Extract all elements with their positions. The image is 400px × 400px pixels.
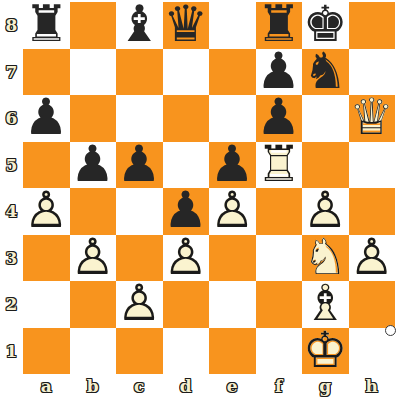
file-label-e: e xyxy=(209,374,256,398)
pawn-glyph-outline: ♙ xyxy=(24,185,69,235)
rank-label-6: 6 xyxy=(0,95,23,142)
square-e1[interactable] xyxy=(209,328,256,375)
file-label-d: d xyxy=(163,374,210,398)
square-a6[interactable]: ♟ xyxy=(23,95,70,142)
black-pawn-piece[interactable]: ♟ xyxy=(116,142,163,189)
square-g7[interactable]: ♞ xyxy=(302,49,349,96)
square-h3[interactable]: ♟♙ xyxy=(349,235,396,282)
queen-glyph-outline: ♕ xyxy=(349,92,394,142)
square-e7[interactable] xyxy=(209,49,256,96)
square-a3[interactable] xyxy=(23,235,70,282)
black-bishop-piece[interactable]: ♝ xyxy=(116,2,163,49)
white-pawn-piece[interactable]: ♟♙ xyxy=(349,235,396,282)
pawn-glyph-fill: ♟ xyxy=(117,139,162,189)
square-b1[interactable] xyxy=(70,328,117,375)
square-c1[interactable] xyxy=(116,328,163,375)
file-label-h: h xyxy=(349,374,396,398)
white-pawn-piece[interactable]: ♟♙ xyxy=(209,188,256,235)
black-pawn-piece[interactable]: ♟ xyxy=(23,95,70,142)
white-pawn-piece[interactable]: ♟♙ xyxy=(70,235,117,282)
rank-label-7: 7 xyxy=(0,49,23,96)
square-h1[interactable] xyxy=(349,328,396,375)
square-f2[interactable] xyxy=(256,281,303,328)
square-b3[interactable]: ♟♙ xyxy=(70,235,117,282)
square-f4[interactable] xyxy=(256,188,303,235)
rook-glyph-outline: ♖ xyxy=(256,139,301,189)
chess-puzzle-diagram: 87654321 ♜♝♛♜♚♟♞♟♟♛♕♟♟♟♜♖♟♙♟♟♙♟♙♟♙♟♙♞♘♟♙… xyxy=(0,0,400,400)
square-a4[interactable]: ♟♙ xyxy=(23,188,70,235)
square-g6[interactable] xyxy=(302,95,349,142)
knight-glyph-fill: ♞ xyxy=(303,46,348,96)
bishop-glyph-fill: ♝ xyxy=(117,0,162,49)
square-d2[interactable] xyxy=(163,281,210,328)
square-f3[interactable] xyxy=(256,235,303,282)
square-d1[interactable] xyxy=(163,328,210,375)
square-d3[interactable]: ♟♙ xyxy=(163,235,210,282)
square-a1[interactable] xyxy=(23,328,70,375)
chess-board[interactable]: ♜♝♛♜♚♟♞♟♟♛♕♟♟♟♜♖♟♙♟♟♙♟♙♟♙♟♙♞♘♟♙♟♙♝♗♚♔ xyxy=(23,2,395,374)
file-label-f: f xyxy=(256,374,303,398)
king-glyph-outline: ♔ xyxy=(303,325,348,375)
file-label-b: b xyxy=(70,374,117,398)
rank-label-4: 4 xyxy=(0,188,23,235)
black-queen-piece[interactable]: ♛ xyxy=(163,2,210,49)
square-h5[interactable] xyxy=(349,142,396,189)
pawn-glyph-outline: ♙ xyxy=(117,278,162,328)
file-label-a: a xyxy=(23,374,70,398)
square-g1[interactable]: ♚♔ xyxy=(302,328,349,375)
square-h2[interactable] xyxy=(349,281,396,328)
square-e8[interactable] xyxy=(209,2,256,49)
square-b7[interactable] xyxy=(70,49,117,96)
rank-labels: 87654321 xyxy=(0,2,23,374)
square-b2[interactable] xyxy=(70,281,117,328)
pawn-glyph-outline: ♙ xyxy=(70,232,115,282)
square-e4[interactable]: ♟♙ xyxy=(209,188,256,235)
black-rook-piece[interactable]: ♜ xyxy=(23,2,70,49)
square-a2[interactable] xyxy=(23,281,70,328)
rank-label-1: 1 xyxy=(0,328,23,375)
rank-label-3: 3 xyxy=(0,235,23,282)
square-b8[interactable] xyxy=(70,2,117,49)
square-a8[interactable]: ♜ xyxy=(23,2,70,49)
square-c4[interactable] xyxy=(116,188,163,235)
white-rook-piece[interactable]: ♜♖ xyxy=(256,142,303,189)
square-d8[interactable]: ♛ xyxy=(163,2,210,49)
white-king-piece[interactable]: ♚♔ xyxy=(302,328,349,375)
pawn-glyph-outline: ♙ xyxy=(210,185,255,235)
white-pawn-piece[interactable]: ♟♙ xyxy=(163,235,210,282)
square-f5[interactable]: ♜♖ xyxy=(256,142,303,189)
square-f1[interactable] xyxy=(256,328,303,375)
rank-label-5: 5 xyxy=(0,142,23,189)
white-pawn-piece[interactable]: ♟♙ xyxy=(116,281,163,328)
square-e3[interactable] xyxy=(209,235,256,282)
square-h8[interactable] xyxy=(349,2,396,49)
file-labels: abcdefgh xyxy=(23,374,395,398)
rank-label-2: 2 xyxy=(0,281,23,328)
square-e2[interactable] xyxy=(209,281,256,328)
square-c7[interactable] xyxy=(116,49,163,96)
square-c5[interactable]: ♟ xyxy=(116,142,163,189)
file-label-c: c xyxy=(116,374,163,398)
pawn-glyph-fill: ♟ xyxy=(70,139,115,189)
pawn-glyph-outline: ♙ xyxy=(349,232,394,282)
file-label-g: g xyxy=(302,374,349,398)
white-queen-piece[interactable]: ♛♕ xyxy=(349,95,396,142)
square-d7[interactable] xyxy=(163,49,210,96)
square-b5[interactable]: ♟ xyxy=(70,142,117,189)
queen-glyph-fill: ♛ xyxy=(163,0,208,49)
rank-label-8: 8 xyxy=(0,2,23,49)
square-c2[interactable]: ♟♙ xyxy=(116,281,163,328)
black-pawn-piece[interactable]: ♟ xyxy=(70,142,117,189)
pawn-glyph-fill: ♟ xyxy=(24,92,69,142)
square-h6[interactable]: ♛♕ xyxy=(349,95,396,142)
square-c8[interactable]: ♝ xyxy=(116,2,163,49)
pawn-glyph-outline: ♙ xyxy=(163,232,208,282)
square-d6[interactable] xyxy=(163,95,210,142)
black-knight-piece[interactable]: ♞ xyxy=(302,49,349,96)
white-to-move-indicator-dot xyxy=(385,325,396,336)
rook-glyph-fill: ♜ xyxy=(24,0,69,49)
white-pawn-piece[interactable]: ♟♙ xyxy=(23,188,70,235)
